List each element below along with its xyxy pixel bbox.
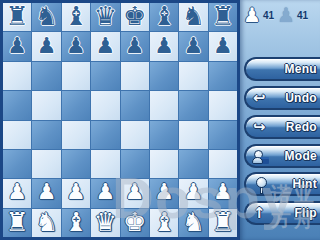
- piece-black-rook: ♜: [6, 3, 29, 29]
- chess-board: ♜♞♝♛♚♝♞♜♟♟♟♟♟♟♟♟♟♟♟♟♟♟♟♟♜♞♝♛♚♝♞♜: [0, 0, 240, 240]
- square-c3[interactable]: [62, 150, 90, 178]
- piece-black-king: ♚: [123, 3, 146, 29]
- square-d4[interactable]: [91, 121, 119, 149]
- square-g2[interactable]: ♟: [179, 179, 207, 207]
- piece-white-rook: ♜: [211, 209, 234, 235]
- piece-white-pawn: ♟: [154, 181, 174, 203]
- square-e8[interactable]: ♚: [121, 3, 149, 31]
- square-e3[interactable]: [121, 150, 149, 178]
- square-g6[interactable]: [179, 62, 207, 90]
- hint-button-label: Hint: [292, 177, 317, 191]
- piece-white-pawn: ♟: [95, 181, 115, 203]
- piece-black-knight: ♞: [182, 3, 205, 29]
- piece-white-queen: ♛: [94, 209, 117, 235]
- square-d1[interactable]: ♛: [91, 209, 119, 237]
- piece-black-pawn: ♟: [37, 35, 57, 57]
- square-a6[interactable]: [3, 62, 31, 90]
- square-b2[interactable]: ♟: [32, 179, 60, 207]
- square-h6[interactable]: [209, 62, 237, 90]
- square-c4[interactable]: [62, 121, 90, 149]
- square-b4[interactable]: [32, 121, 60, 149]
- square-c8[interactable]: ♝: [62, 3, 90, 31]
- redo-button[interactable]: ↪ Redo: [244, 115, 320, 139]
- square-h1[interactable]: ♜: [209, 209, 237, 237]
- piece-white-rook: ♜: [6, 209, 29, 235]
- chess-app-screen: ♜♞♝♛♚♝♞♜♟♟♟♟♟♟♟♟♟♟♟♟♟♟♟♟♜♞♝♛♚♝♞♜ ♟ 41 ♟ …: [0, 0, 320, 240]
- square-e2[interactable]: ♟: [121, 179, 149, 207]
- square-d8[interactable]: ♛: [91, 3, 119, 31]
- black-score: 41: [297, 10, 308, 21]
- piece-black-pawn: ♟: [184, 35, 204, 57]
- square-e4[interactable]: [121, 121, 149, 149]
- square-f7[interactable]: ♟: [150, 32, 178, 60]
- redo-arrow-icon: ↪: [253, 120, 266, 135]
- piece-white-pawn: ♟: [37, 181, 57, 203]
- piece-white-pawn: ♟: [184, 181, 204, 203]
- flip-button[interactable]: ↑ Flip: [244, 201, 320, 225]
- square-h8[interactable]: ♜: [209, 3, 237, 31]
- square-c1[interactable]: ♝: [62, 209, 90, 237]
- square-g4[interactable]: [179, 121, 207, 149]
- square-e5[interactable]: [121, 91, 149, 119]
- square-d6[interactable]: [91, 62, 119, 90]
- hint-button[interactable]: Hint: [244, 172, 320, 196]
- piece-black-pawn: ♟: [125, 35, 145, 57]
- piece-white-bishop: ♝: [152, 209, 175, 235]
- material-scores: ♟ 41 ♟ 41: [243, 3, 320, 27]
- square-h4[interactable]: [209, 121, 237, 149]
- square-e1[interactable]: ♚: [121, 209, 149, 237]
- square-f4[interactable]: [150, 121, 178, 149]
- square-e6[interactable]: [121, 62, 149, 90]
- piece-black-pawn: ♟: [66, 35, 86, 57]
- square-a8[interactable]: ♜: [3, 3, 31, 31]
- piece-black-pawn: ♟: [213, 35, 233, 57]
- square-c5[interactable]: [62, 91, 90, 119]
- undo-button[interactable]: ↩ Undo: [244, 86, 320, 110]
- square-g5[interactable]: [179, 91, 207, 119]
- redo-button-label: Redo: [286, 120, 317, 134]
- square-d7[interactable]: ♟: [91, 32, 119, 60]
- up-arrow-icon: ↑: [253, 206, 266, 221]
- piece-white-bishop: ♝: [64, 209, 87, 235]
- undo-button-label: Undo: [285, 91, 317, 105]
- piece-white-knight: ♞: [35, 209, 58, 235]
- person-icon: [252, 150, 270, 165]
- mode-button-label: Mode: [284, 149, 317, 163]
- square-b8[interactable]: ♞: [32, 3, 60, 31]
- piece-white-pawn: ♟: [125, 181, 145, 203]
- square-b6[interactable]: [32, 62, 60, 90]
- menu-button[interactable]: Menu: [244, 57, 320, 81]
- square-h5[interactable]: [209, 91, 237, 119]
- white-score: 41: [263, 10, 274, 21]
- square-g8[interactable]: ♞: [179, 3, 207, 31]
- piece-black-bishop: ♝: [152, 3, 175, 29]
- white-pawn-icon: ♟: [243, 5, 261, 25]
- piece-white-knight: ♞: [182, 209, 205, 235]
- square-b5[interactable]: [32, 91, 60, 119]
- square-a7[interactable]: ♟: [3, 32, 31, 60]
- square-b3[interactable]: [32, 150, 60, 178]
- square-c2[interactable]: ♟: [62, 179, 90, 207]
- square-a4[interactable]: [3, 121, 31, 149]
- square-h7[interactable]: ♟: [209, 32, 237, 60]
- piece-black-bishop: ♝: [64, 3, 87, 29]
- piece-white-pawn: ♟: [66, 181, 86, 203]
- square-d5[interactable]: [91, 91, 119, 119]
- square-a3[interactable]: [3, 150, 31, 178]
- square-c6[interactable]: [62, 62, 90, 90]
- square-c7[interactable]: ♟: [62, 32, 90, 60]
- square-g3[interactable]: [179, 150, 207, 178]
- undo-arrow-icon: ↩: [253, 91, 266, 106]
- piece-black-pawn: ♟: [154, 35, 174, 57]
- square-d2[interactable]: ♟: [91, 179, 119, 207]
- square-a5[interactable]: [3, 91, 31, 119]
- piece-black-pawn: ♟: [7, 35, 27, 57]
- lightbulb-icon: [255, 177, 269, 195]
- black-pawn-icon: ♟: [277, 5, 295, 25]
- menu-button-label: Menu: [284, 62, 317, 76]
- square-a1[interactable]: ♜: [3, 209, 31, 237]
- square-f8[interactable]: ♝: [150, 3, 178, 31]
- square-g1[interactable]: ♞: [179, 209, 207, 237]
- square-d3[interactable]: [91, 150, 119, 178]
- piece-black-knight: ♞: [35, 3, 58, 29]
- square-f3[interactable]: [150, 150, 178, 178]
- square-f1[interactable]: ♝: [150, 209, 178, 237]
- square-b1[interactable]: ♞: [32, 209, 60, 237]
- square-e7[interactable]: ♟: [121, 32, 149, 60]
- flip-button-label: Flip: [294, 206, 317, 220]
- square-g7[interactable]: ♟: [179, 32, 207, 60]
- piece-white-pawn: ♟: [213, 181, 233, 203]
- piece-white-pawn: ♟: [7, 181, 27, 203]
- square-h2[interactable]: ♟: [209, 179, 237, 207]
- square-f5[interactable]: [150, 91, 178, 119]
- square-b7[interactable]: ♟: [32, 32, 60, 60]
- piece-black-pawn: ♟: [95, 35, 115, 57]
- square-f6[interactable]: [150, 62, 178, 90]
- piece-black-rook: ♜: [211, 3, 234, 29]
- piece-black-queen: ♛: [94, 3, 117, 29]
- mode-button[interactable]: Mode: [244, 144, 320, 168]
- sidebar: ♟ 41 ♟ 41 Menu ↩ Undo ↪ Redo Mode Hint: [240, 0, 320, 240]
- piece-white-king: ♚: [123, 209, 146, 235]
- square-f2[interactable]: ♟: [150, 179, 178, 207]
- square-a2[interactable]: ♟: [3, 179, 31, 207]
- square-h3[interactable]: [209, 150, 237, 178]
